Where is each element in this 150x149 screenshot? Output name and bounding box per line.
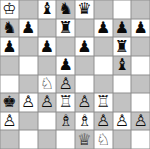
square-f4[interactable]: [94, 75, 113, 94]
square-h1[interactable]: [131, 130, 150, 149]
piece-white-king[interactable]: ♔: [2, 1, 16, 17]
square-a5[interactable]: [0, 56, 19, 75]
square-b3[interactable]: ♙: [19, 93, 38, 112]
square-a4[interactable]: [0, 75, 19, 94]
square-a7[interactable]: ♞: [0, 19, 19, 38]
piece-white-pawn[interactable]: ♙: [40, 94, 54, 110]
square-a8[interactable]: ♔: [0, 0, 19, 19]
square-b6[interactable]: [19, 37, 38, 56]
piece-black-pawn[interactable]: ♟: [2, 38, 16, 54]
square-h6[interactable]: [131, 37, 150, 56]
square-f5[interactable]: [94, 56, 113, 75]
square-b1[interactable]: [19, 130, 38, 149]
square-g1[interactable]: [113, 130, 132, 149]
square-d7[interactable]: ♜: [56, 19, 75, 38]
square-h5[interactable]: [131, 56, 150, 75]
square-c5[interactable]: [38, 56, 57, 75]
piece-white-pawn[interactable]: ♙: [96, 113, 110, 129]
square-e3[interactable]: ♙: [75, 93, 94, 112]
piece-white-pawn[interactable]: ♙: [2, 113, 16, 129]
square-e5[interactable]: [75, 56, 94, 75]
piece-black-pawn[interactable]: ♟: [21, 19, 35, 35]
square-e7[interactable]: [75, 19, 94, 38]
square-f6[interactable]: [94, 37, 113, 56]
square-f3[interactable]: ♖: [94, 93, 113, 112]
square-e6[interactable]: ♟: [75, 37, 94, 56]
square-g8[interactable]: [113, 0, 132, 19]
square-b4[interactable]: [19, 75, 38, 94]
square-c1[interactable]: [38, 130, 57, 149]
piece-white-knight[interactable]: ♘: [96, 131, 110, 147]
square-h8[interactable]: [131, 0, 150, 19]
piece-black-knight[interactable]: ♞: [58, 1, 72, 17]
square-h4[interactable]: [131, 75, 150, 94]
piece-white-bishop[interactable]: ♗: [58, 113, 72, 129]
square-g6[interactable]: ♜: [113, 37, 132, 56]
square-e8[interactable]: ♛: [75, 0, 94, 19]
square-g4[interactable]: [113, 75, 132, 94]
chess-board-container: ♔♝♞♛♞♟♜♟♟♟♟♟♟♜♟♝♘♙♚♙♙♖♙♖♙♗♗♙♙♙♕♘: [0, 0, 150, 149]
square-g5[interactable]: ♝: [113, 56, 132, 75]
square-h2[interactable]: ♙: [131, 112, 150, 131]
square-e1[interactable]: ♕: [75, 130, 94, 149]
square-a2[interactable]: ♙: [0, 112, 19, 131]
piece-white-knight[interactable]: ♘: [40, 75, 54, 91]
chess-board: ♔♝♞♛♞♟♜♟♟♟♟♟♟♜♟♝♘♙♚♙♙♖♙♖♙♗♗♙♙♙♕♘: [0, 0, 150, 149]
square-d5[interactable]: ♟: [56, 56, 75, 75]
piece-white-pawn[interactable]: ♙: [133, 113, 147, 129]
square-d1[interactable]: [56, 130, 75, 149]
square-b7[interactable]: ♟: [19, 19, 38, 38]
piece-black-pawn[interactable]: ♟: [77, 38, 91, 54]
piece-black-pawn[interactable]: ♟: [40, 38, 54, 54]
square-a3[interactable]: ♚: [0, 93, 19, 112]
piece-white-rook[interactable]: ♖: [58, 94, 72, 110]
square-a1[interactable]: [0, 130, 19, 149]
square-d6[interactable]: [56, 37, 75, 56]
piece-white-bishop[interactable]: ♗: [77, 113, 91, 129]
square-c8[interactable]: ♝: [38, 0, 57, 19]
square-d8[interactable]: ♞: [56, 0, 75, 19]
piece-black-queen[interactable]: ♛: [77, 1, 91, 17]
piece-white-queen[interactable]: ♕: [77, 131, 91, 147]
square-g2[interactable]: ♙: [113, 112, 132, 131]
square-d3[interactable]: ♖: [56, 93, 75, 112]
piece-black-pawn[interactable]: ♟: [58, 57, 72, 73]
piece-white-pawn[interactable]: ♙: [21, 94, 35, 110]
piece-black-rook[interactable]: ♜: [58, 19, 72, 35]
square-h3[interactable]: [131, 93, 150, 112]
square-c6[interactable]: ♟: [38, 37, 57, 56]
square-f7[interactable]: ♟: [94, 19, 113, 38]
square-b5[interactable]: [19, 56, 38, 75]
square-d4[interactable]: ♙: [56, 75, 75, 94]
square-a6[interactable]: ♟: [0, 37, 19, 56]
piece-black-pawn[interactable]: ♟: [133, 19, 147, 35]
piece-white-pawn[interactable]: ♙: [115, 113, 129, 129]
piece-white-pawn[interactable]: ♙: [77, 94, 91, 110]
square-g7[interactable]: ♟: [113, 19, 132, 38]
square-e4[interactable]: [75, 75, 94, 94]
square-e2[interactable]: ♗: [75, 112, 94, 131]
square-f2[interactable]: ♙: [94, 112, 113, 131]
piece-black-pawn[interactable]: ♟: [96, 19, 110, 35]
square-b8[interactable]: [19, 0, 38, 19]
piece-white-rook[interactable]: ♖: [96, 94, 110, 110]
square-g3[interactable]: [113, 93, 132, 112]
square-b2[interactable]: [19, 112, 38, 131]
square-f8[interactable]: [94, 0, 113, 19]
square-h7[interactable]: ♟: [131, 19, 150, 38]
piece-black-bishop[interactable]: ♝: [40, 1, 54, 17]
piece-black-king[interactable]: ♚: [2, 94, 16, 110]
piece-black-knight[interactable]: ♞: [2, 19, 16, 35]
square-c2[interactable]: [38, 112, 57, 131]
square-d2[interactable]: ♗: [56, 112, 75, 131]
square-f1[interactable]: ♘: [94, 130, 113, 149]
piece-white-pawn[interactable]: ♙: [58, 75, 72, 91]
piece-black-pawn[interactable]: ♟: [115, 19, 129, 35]
square-c3[interactable]: ♙: [38, 93, 57, 112]
piece-black-bishop[interactable]: ♝: [115, 57, 129, 73]
piece-black-rook[interactable]: ♜: [115, 38, 129, 54]
square-c7[interactable]: [38, 19, 57, 38]
square-c4[interactable]: ♘: [38, 75, 57, 94]
